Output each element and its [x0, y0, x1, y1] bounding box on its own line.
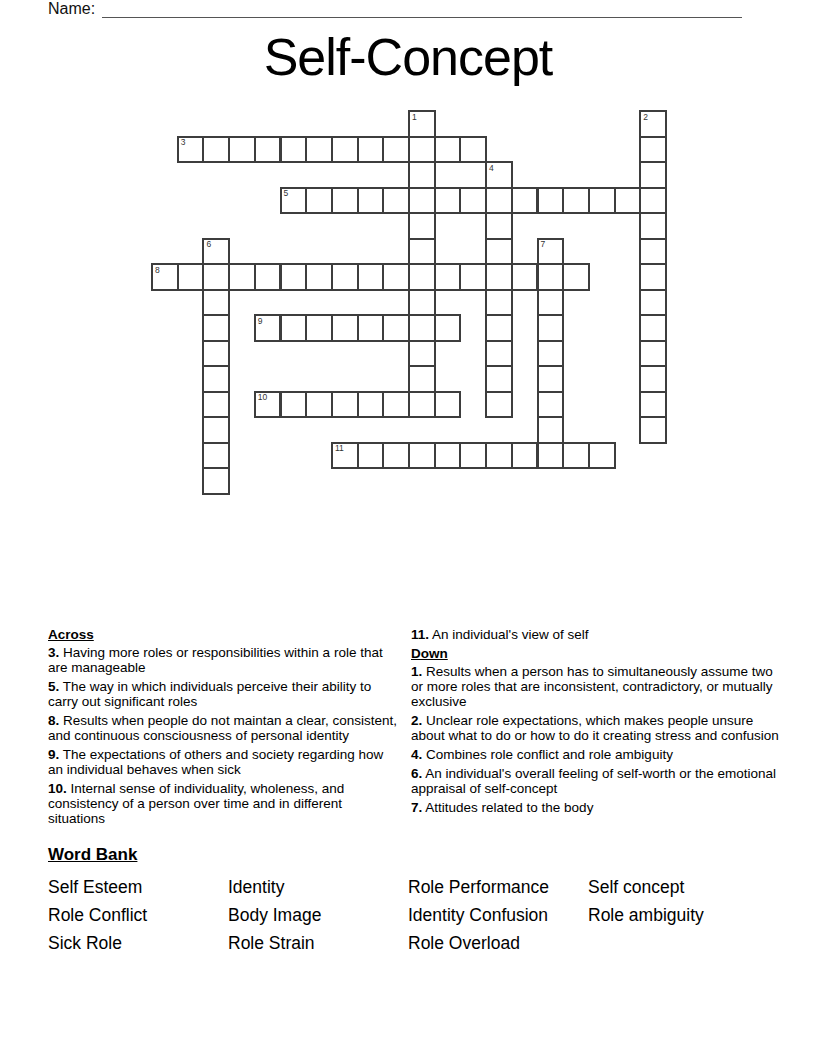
cell-r6c11[interactable]	[434, 263, 462, 291]
cell-r11c15[interactable]	[537, 391, 565, 419]
cell-r0c10[interactable]: 1	[408, 110, 436, 138]
cell-r13c11[interactable]	[434, 442, 462, 470]
cell-r6c19[interactable]	[639, 263, 667, 291]
cell-r1c3[interactable]	[228, 136, 256, 164]
cell-r9c15[interactable]	[537, 340, 565, 368]
cell-r12c19[interactable]	[639, 416, 667, 444]
word-bank-entry: Self Esteem	[48, 877, 228, 897]
across-clue-8: 8. Results when people do not maintan a …	[48, 713, 400, 743]
cell-r13c12[interactable]	[459, 442, 487, 470]
clues-section: Across3. Having more roles or responsibi…	[48, 627, 784, 830]
cell-r13c2[interactable]	[202, 442, 230, 470]
word-bank-entry: Role Overload	[408, 933, 588, 953]
cell-r11c11[interactable]	[434, 391, 462, 419]
cell-r6c6[interactable]	[305, 263, 333, 291]
clue-number-8: 8	[155, 266, 160, 275]
cell-r6c4[interactable]	[254, 263, 282, 291]
cell-r8c4[interactable]: 9	[254, 314, 282, 342]
cell-r6c13[interactable]	[485, 263, 513, 291]
cell-r13c14[interactable]	[511, 442, 539, 470]
cell-r7c15[interactable]	[537, 289, 565, 317]
clue-number-10: 10	[258, 393, 267, 402]
clue-number-2: 2	[643, 113, 648, 122]
cell-r1c11[interactable]	[434, 136, 462, 164]
cell-r1c12[interactable]	[459, 136, 487, 164]
clue-number-5: 5	[284, 189, 289, 198]
word-bank-entry: Role Conflict	[48, 905, 228, 925]
cell-r2c10[interactable]	[408, 161, 436, 189]
cell-r12c2[interactable]	[202, 416, 230, 444]
cell-r3c12[interactable]	[459, 187, 487, 215]
cell-r5c13[interactable]	[485, 238, 513, 266]
cell-r8c19[interactable]	[639, 314, 667, 342]
cell-r11c2[interactable]	[202, 391, 230, 419]
cell-r8c2[interactable]	[202, 314, 230, 342]
cell-r1c6[interactable]	[305, 136, 333, 164]
cell-r6c16[interactable]	[562, 263, 590, 291]
word-bank: Word Bank Self EsteemIdentityRole Perfor…	[48, 845, 784, 953]
cell-r1c9[interactable]	[382, 136, 410, 164]
cell-r3c6[interactable]	[305, 187, 333, 215]
cell-r10c2[interactable]	[202, 365, 230, 393]
clue-number-4: 4	[489, 164, 494, 173]
cell-r2c13[interactable]: 4	[485, 161, 513, 189]
down-clue-2: 2. Unclear role expectations, which make…	[411, 713, 781, 743]
cell-r1c4[interactable]	[254, 136, 282, 164]
across-clue-11: 11. An individual's view of self	[411, 627, 781, 642]
clue-number-11: 11	[335, 444, 344, 453]
cell-r8c15[interactable]	[537, 314, 565, 342]
across-clue-9: 9. The expectations of others and societ…	[48, 747, 400, 777]
cell-r11c9[interactable]	[382, 391, 410, 419]
word-bank-entry: Body Image	[228, 905, 408, 925]
word-bank-list: Self EsteemIdentityRole PerformanceSelf …	[48, 877, 784, 953]
cell-r3c14[interactable]	[511, 187, 539, 215]
across-clue-5: 5. The way in which individuals perceive…	[48, 679, 400, 709]
cell-r6c9[interactable]	[382, 263, 410, 291]
cell-r8c11[interactable]	[434, 314, 462, 342]
cell-r10c15[interactable]	[537, 365, 565, 393]
cell-r7c13[interactable]	[485, 289, 513, 317]
cell-r8c6[interactable]	[305, 314, 333, 342]
cell-r3c19[interactable]	[639, 187, 667, 215]
cell-r9c2[interactable]	[202, 340, 230, 368]
cell-r5c2[interactable]: 6	[202, 238, 230, 266]
word-bank-entry: Identity	[228, 877, 408, 897]
across-clue-10: 10. Internal sense of individuality, who…	[48, 781, 400, 826]
cell-r6c7[interactable]	[331, 263, 359, 291]
name-row: Name:	[48, 0, 742, 18]
cell-r11c7[interactable]	[331, 391, 359, 419]
clue-number-7: 7	[541, 240, 546, 249]
cell-r2c19[interactable]	[639, 161, 667, 189]
cell-r14c2[interactable]	[202, 467, 230, 495]
cell-r11c10[interactable]	[408, 391, 436, 419]
word-bank-entry: Sick Role	[48, 933, 228, 953]
page-title: Self-Concept	[0, 28, 816, 88]
down-heading: Down	[411, 646, 781, 661]
cell-r5c19[interactable]	[639, 238, 667, 266]
clue-number-3: 3	[181, 138, 186, 147]
cell-r11c13[interactable]	[485, 391, 513, 419]
cell-r1c1[interactable]: 3	[177, 136, 205, 164]
cell-r11c4[interactable]: 10	[254, 391, 282, 419]
cell-r8c7[interactable]	[331, 314, 359, 342]
name-label: Name:	[48, 0, 95, 18]
cell-r5c15[interactable]: 7	[537, 238, 565, 266]
clue-number-1: 1	[412, 113, 417, 122]
cell-r3c11[interactable]	[434, 187, 462, 215]
name-blank-line[interactable]	[102, 0, 742, 18]
cell-r1c5[interactable]	[280, 136, 308, 164]
cell-r13c15[interactable]	[537, 442, 565, 470]
clue-number-9: 9	[258, 317, 263, 326]
cell-r3c7[interactable]	[331, 187, 359, 215]
word-bank-entry: Role Strain	[228, 933, 408, 953]
cell-r13c16[interactable]	[562, 442, 590, 470]
word-bank-entry: Role Performance	[408, 877, 588, 897]
cell-r13c7[interactable]: 11	[331, 442, 359, 470]
cell-r3c9[interactable]	[382, 187, 410, 215]
cell-r6c12[interactable]	[459, 263, 487, 291]
cell-r11c19[interactable]	[639, 391, 667, 419]
cell-r8c8[interactable]	[357, 314, 385, 342]
cell-r3c15[interactable]	[537, 187, 565, 215]
cell-r1c8[interactable]	[357, 136, 385, 164]
cell-r6c0[interactable]: 8	[151, 263, 179, 291]
word-bank-entry: Self concept	[588, 877, 784, 897]
cell-r6c5[interactable]	[280, 263, 308, 291]
cell-r11c6[interactable]	[305, 391, 333, 419]
cell-r7c2[interactable]	[202, 289, 230, 317]
cell-r3c18[interactable]	[614, 187, 642, 215]
cell-r6c10[interactable]	[408, 263, 436, 291]
cell-r13c8[interactable]	[357, 442, 385, 470]
cell-r7c10[interactable]	[408, 289, 436, 317]
down-clue-6: 6. An individual's overall feeling of se…	[411, 766, 781, 796]
cell-r1c10[interactable]	[408, 136, 436, 164]
cell-r6c14[interactable]	[511, 263, 539, 291]
down-clue-1: 1. Results when a person has to simultan…	[411, 664, 781, 709]
cell-r13c9[interactable]	[382, 442, 410, 470]
crossword-grid: 1234567891011	[151, 110, 667, 495]
cell-r5c10[interactable]	[408, 238, 436, 266]
cell-r1c7[interactable]	[331, 136, 359, 164]
cell-r9c19[interactable]	[639, 340, 667, 368]
clue-number-6: 6	[206, 240, 211, 249]
across-clue-3: 3. Having more roles or responsibilities…	[48, 645, 400, 675]
cell-r6c2[interactable]	[202, 263, 230, 291]
word-bank-heading: Word Bank	[48, 845, 784, 865]
cell-r11c8[interactable]	[357, 391, 385, 419]
cell-r3c13[interactable]	[485, 187, 513, 215]
cell-r1c2[interactable]	[202, 136, 230, 164]
cell-r6c15[interactable]	[537, 263, 565, 291]
cell-r10c10[interactable]	[408, 365, 436, 393]
cell-r9c13[interactable]	[485, 340, 513, 368]
cell-r6c8[interactable]	[357, 263, 385, 291]
clues-column-right: 11. An individual's view of selfDown1. R…	[411, 627, 781, 830]
cell-r3c5[interactable]: 5	[280, 187, 308, 215]
cell-r3c16[interactable]	[562, 187, 590, 215]
cell-r3c10[interactable]	[408, 187, 436, 215]
cell-r9c10[interactable]	[408, 340, 436, 368]
cell-r0c19[interactable]: 2	[639, 110, 667, 138]
down-clue-4: 4. Combines role conflict and role ambig…	[411, 747, 781, 762]
cell-r3c17[interactable]	[588, 187, 616, 215]
cell-r4c13[interactable]	[485, 212, 513, 240]
cell-r8c5[interactable]	[280, 314, 308, 342]
word-bank-entry: Role ambiguity	[588, 905, 784, 925]
cell-r13c10[interactable]	[408, 442, 436, 470]
clues-column-left: Across3. Having more roles or responsibi…	[48, 627, 400, 830]
cell-r1c19[interactable]	[639, 136, 667, 164]
cell-r8c13[interactable]	[485, 314, 513, 342]
cell-r7c19[interactable]	[639, 289, 667, 317]
cell-r3c8[interactable]	[357, 187, 385, 215]
cell-r8c10[interactable]	[408, 314, 436, 342]
word-bank-entry: Identity Confusion	[408, 905, 588, 925]
cell-r6c3[interactable]	[228, 263, 256, 291]
cell-r10c13[interactable]	[485, 365, 513, 393]
cell-r8c9[interactable]	[382, 314, 410, 342]
cell-r4c10[interactable]	[408, 212, 436, 240]
cell-r11c5[interactable]	[280, 391, 308, 419]
down-clue-7: 7. Attitudes related to the body	[411, 800, 781, 815]
cell-r10c19[interactable]	[639, 365, 667, 393]
cell-r13c13[interactable]	[485, 442, 513, 470]
cell-r6c1[interactable]	[177, 263, 205, 291]
cell-r4c19[interactable]	[639, 212, 667, 240]
cell-r12c15[interactable]	[537, 416, 565, 444]
cell-r13c17[interactable]	[588, 442, 616, 470]
across-heading: Across	[48, 627, 400, 642]
